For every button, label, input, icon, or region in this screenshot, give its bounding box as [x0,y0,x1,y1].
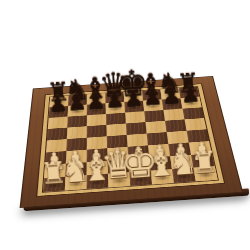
square-f5 [145,121,166,134]
square-h5 [184,118,206,131]
piece-black-pawn: ♟ [180,83,201,106]
square-b5 [67,126,87,139]
piece-stand: ♜ [160,142,248,177]
square-d6 [106,113,126,125]
board-frame: ♜♞♝♛♚♝♞♜♟♟♟♟♟♟♟♟♟♟♟♟♟♟♟♟♜♞♝♛♚♝♞♜ [20,76,244,208]
perspective-scene: ♜♞♝♛♚♝♞♜♟♟♟♟♟♟♟♟♟♟♟♟♟♟♟♟♜♞♝♛♚♝♞♜ [0,0,250,250]
board-inner-border: ♜♞♝♛♚♝♞♜♟♟♟♟♟♟♟♟♟♟♟♟♟♟♟♟♜♞♝♛♚♝♞♜ [36,84,225,197]
scene-tilt-wrapper: ♜♞♝♛♚♝♞♜♟♟♟♟♟♟♟♟♟♟♟♟♟♟♟♟♜♞♝♛♚♝♞♜ [0,0,250,250]
square-h1: ♜ [193,166,217,181]
chess-set-photo: ♜♞♝♛♚♝♞♜♟♟♟♟♟♟♟♟♟♟♟♟♟♟♟♟♜♞♝♛♚♝♞♜ [0,0,250,250]
square-c5 [87,125,107,138]
square-a6 [48,117,68,129]
square-c6 [87,114,107,126]
board-grid: ♜♞♝♛♚♝♞♜♟♟♟♟♟♟♟♟♟♟♟♟♟♟♟♟♜♞♝♛♚♝♞♜ [42,86,219,193]
piece-stand: ♟ [152,78,229,105]
square-g5 [165,119,187,132]
square-g6 [163,109,184,121]
chess-board: ♜♞♝♛♚♝♞♜♟♟♟♟♟♟♟♟♟♟♟♟♟♟♟♟♜♞♝♛♚♝♞♜ [20,76,244,208]
square-d5 [106,123,126,136]
square-e5 [126,122,147,135]
piece-white-rook: ♜ [191,147,219,178]
